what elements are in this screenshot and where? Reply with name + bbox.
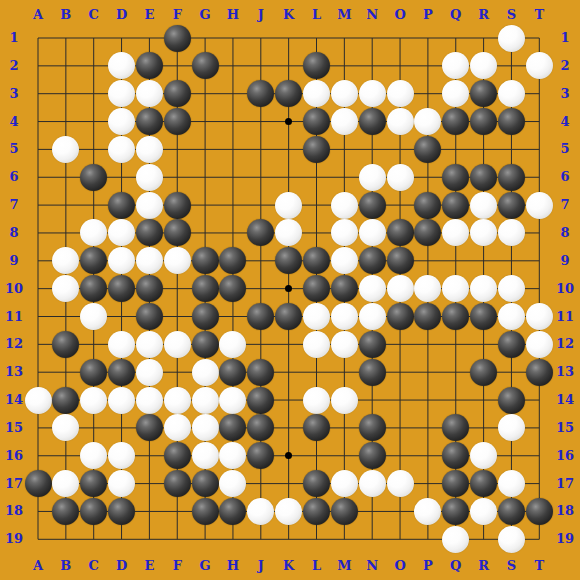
column-label-top-H: H — [220, 7, 246, 23]
column-label-bottom-P: P — [415, 558, 441, 574]
row-label-right-14: 14 — [552, 392, 578, 408]
row-label-right-18: 18 — [552, 503, 578, 519]
row-label-left-3: 3 — [1, 86, 27, 102]
black-stone-G17 — [192, 470, 219, 497]
black-stone-G18 — [192, 498, 219, 525]
black-stone-N16 — [359, 442, 386, 469]
black-stone-F3 — [164, 80, 191, 107]
white-stone-S3 — [498, 80, 525, 107]
black-stone-S14 — [498, 387, 525, 414]
black-stone-B14 — [52, 387, 79, 414]
white-stone-K18 — [275, 498, 302, 525]
black-stone-H13 — [219, 359, 246, 386]
black-stone-N15 — [359, 414, 386, 441]
white-stone-A14 — [25, 387, 52, 414]
black-stone-C18 — [80, 498, 107, 525]
row-label-left-19: 19 — [1, 531, 27, 547]
row-label-right-1: 1 — [552, 30, 578, 46]
white-stone-E3 — [136, 80, 163, 107]
white-stone-G15 — [192, 414, 219, 441]
go-board[interactable] — [0, 0, 580, 580]
column-label-bottom-J: J — [248, 558, 274, 574]
white-stone-M12 — [331, 331, 358, 358]
row-label-right-6: 6 — [552, 169, 578, 185]
white-stone-D17 — [108, 470, 135, 497]
black-stone-E4 — [136, 108, 163, 135]
white-stone-E6 — [136, 164, 163, 191]
column-label-bottom-H: H — [220, 558, 246, 574]
black-stone-L5 — [303, 136, 330, 163]
white-stone-O3 — [387, 80, 414, 107]
white-stone-N11 — [359, 303, 386, 330]
column-label-bottom-K: K — [276, 558, 302, 574]
black-stone-D10 — [108, 275, 135, 302]
black-stone-C6 — [80, 164, 107, 191]
row-label-left-5: 5 — [1, 141, 27, 157]
white-stone-N17 — [359, 470, 386, 497]
white-stone-L14 — [303, 387, 330, 414]
black-stone-L18 — [303, 498, 330, 525]
black-stone-F17 — [164, 470, 191, 497]
row-label-left-15: 15 — [1, 420, 27, 436]
white-stone-F15 — [164, 414, 191, 441]
column-label-top-O: O — [387, 7, 413, 23]
black-stone-M18 — [331, 498, 358, 525]
row-label-right-17: 17 — [552, 476, 578, 492]
column-label-top-N: N — [359, 7, 385, 23]
row-label-left-17: 17 — [1, 476, 27, 492]
white-stone-C14 — [80, 387, 107, 414]
row-label-right-9: 9 — [552, 253, 578, 269]
row-label-right-11: 11 — [552, 309, 578, 325]
white-stone-O10 — [387, 275, 414, 302]
black-stone-G12 — [192, 331, 219, 358]
black-stone-S6 — [498, 164, 525, 191]
white-stone-N8 — [359, 219, 386, 246]
black-stone-P7 — [414, 192, 441, 219]
column-label-top-Q: Q — [443, 7, 469, 23]
white-stone-G13 — [192, 359, 219, 386]
column-label-bottom-M: M — [331, 558, 357, 574]
column-label-top-B: B — [53, 7, 79, 23]
white-stone-T12 — [526, 331, 553, 358]
row-label-right-19: 19 — [552, 531, 578, 547]
white-stone-N6 — [359, 164, 386, 191]
black-stone-E10 — [136, 275, 163, 302]
black-stone-Q18 — [442, 498, 469, 525]
black-stone-Q7 — [442, 192, 469, 219]
row-label-right-16: 16 — [552, 448, 578, 464]
white-stone-L12 — [303, 331, 330, 358]
column-label-top-M: M — [331, 7, 357, 23]
white-stone-F9 — [164, 247, 191, 274]
row-label-right-15: 15 — [552, 420, 578, 436]
white-stone-L3 — [303, 80, 330, 107]
column-label-top-G: G — [192, 7, 218, 23]
black-stone-E11 — [136, 303, 163, 330]
white-stone-M4 — [331, 108, 358, 135]
row-label-left-7: 7 — [1, 197, 27, 213]
row-label-right-4: 4 — [552, 114, 578, 130]
black-stone-B12 — [52, 331, 79, 358]
row-label-left-4: 4 — [1, 114, 27, 130]
column-label-bottom-B: B — [53, 558, 79, 574]
black-stone-G11 — [192, 303, 219, 330]
black-stone-G2 — [192, 52, 219, 79]
column-label-bottom-Q: Q — [443, 558, 469, 574]
row-label-left-18: 18 — [1, 503, 27, 519]
black-stone-K11 — [275, 303, 302, 330]
black-stone-N9 — [359, 247, 386, 274]
black-stone-O11 — [387, 303, 414, 330]
row-label-left-8: 8 — [1, 225, 27, 241]
white-stone-D4 — [108, 108, 135, 135]
black-stone-D13 — [108, 359, 135, 386]
black-stone-O9 — [387, 247, 414, 274]
black-stone-F8 — [164, 219, 191, 246]
black-stone-N7 — [359, 192, 386, 219]
column-label-top-E: E — [136, 7, 162, 23]
black-stone-A17 — [25, 470, 52, 497]
black-stone-S4 — [498, 108, 525, 135]
white-stone-C11 — [80, 303, 107, 330]
black-stone-D18 — [108, 498, 135, 525]
black-stone-G9 — [192, 247, 219, 274]
white-stone-O6 — [387, 164, 414, 191]
black-stone-D7 — [108, 192, 135, 219]
black-stone-L10 — [303, 275, 330, 302]
white-stone-H14 — [219, 387, 246, 414]
white-stone-M17 — [331, 470, 358, 497]
white-stone-F12 — [164, 331, 191, 358]
white-stone-M3 — [331, 80, 358, 107]
white-stone-D12 — [108, 331, 135, 358]
white-stone-O4 — [387, 108, 414, 135]
white-stone-E5 — [136, 136, 163, 163]
row-label-left-12: 12 — [1, 336, 27, 352]
white-stone-M11 — [331, 303, 358, 330]
black-stone-J13 — [247, 359, 274, 386]
white-stone-Q19 — [442, 526, 469, 553]
row-label-right-3: 3 — [552, 86, 578, 102]
black-stone-S18 — [498, 498, 525, 525]
column-label-top-P: P — [415, 7, 441, 23]
column-label-bottom-S: S — [498, 558, 524, 574]
column-label-bottom-C: C — [81, 558, 107, 574]
white-stone-K7 — [275, 192, 302, 219]
white-stone-F14 — [164, 387, 191, 414]
white-stone-R7 — [470, 192, 497, 219]
row-label-left-16: 16 — [1, 448, 27, 464]
go-board-screenshot: AABBCCDDEEFFGGHHJJKKLLMMNNOOPPQQRRSSTT11… — [0, 0, 580, 580]
white-stone-T2 — [526, 52, 553, 79]
row-label-left-13: 13 — [1, 364, 27, 380]
white-stone-N10 — [359, 275, 386, 302]
black-stone-N12 — [359, 331, 386, 358]
black-stone-R17 — [470, 470, 497, 497]
column-label-top-R: R — [471, 7, 497, 23]
column-label-top-L: L — [304, 7, 330, 23]
row-label-right-5: 5 — [552, 141, 578, 157]
black-stone-T18 — [526, 498, 553, 525]
white-stone-E7 — [136, 192, 163, 219]
column-label-top-J: J — [248, 7, 274, 23]
black-stone-L17 — [303, 470, 330, 497]
black-stone-N13 — [359, 359, 386, 386]
column-label-bottom-O: O — [387, 558, 413, 574]
white-stone-T7 — [526, 192, 553, 219]
white-stone-D5 — [108, 136, 135, 163]
black-stone-G10 — [192, 275, 219, 302]
row-label-left-9: 9 — [1, 253, 27, 269]
black-stone-R13 — [470, 359, 497, 386]
white-stone-S17 — [498, 470, 525, 497]
white-stone-L11 — [303, 303, 330, 330]
black-stone-M10 — [331, 275, 358, 302]
white-stone-O17 — [387, 470, 414, 497]
black-stone-F1 — [164, 25, 191, 52]
column-label-bottom-D: D — [109, 558, 135, 574]
row-label-right-7: 7 — [552, 197, 578, 213]
column-label-bottom-E: E — [136, 558, 162, 574]
black-stone-T13 — [526, 359, 553, 386]
black-stone-R11 — [470, 303, 497, 330]
black-stone-R6 — [470, 164, 497, 191]
column-label-top-C: C — [81, 7, 107, 23]
column-label-top-T: T — [526, 7, 552, 23]
column-label-bottom-A: A — [25, 558, 51, 574]
column-label-bottom-L: L — [304, 558, 330, 574]
row-label-left-11: 11 — [1, 309, 27, 325]
white-stone-S19 — [498, 526, 525, 553]
black-stone-S12 — [498, 331, 525, 358]
row-label-left-10: 10 — [1, 281, 27, 297]
column-label-top-K: K — [276, 7, 302, 23]
white-stone-E12 — [136, 331, 163, 358]
white-stone-T11 — [526, 303, 553, 330]
white-stone-R18 — [470, 498, 497, 525]
black-stone-O8 — [387, 219, 414, 246]
black-stone-L4 — [303, 108, 330, 135]
black-stone-N4 — [359, 108, 386, 135]
row-label-right-12: 12 — [552, 336, 578, 352]
white-stone-S10 — [498, 275, 525, 302]
column-label-bottom-T: T — [526, 558, 552, 574]
row-label-left-2: 2 — [1, 58, 27, 74]
white-stone-D14 — [108, 387, 135, 414]
white-stone-M9 — [331, 247, 358, 274]
row-label-right-2: 2 — [552, 58, 578, 74]
white-stone-E13 — [136, 359, 163, 386]
black-stone-J14 — [247, 387, 274, 414]
black-stone-F4 — [164, 108, 191, 135]
column-label-bottom-F: F — [164, 558, 190, 574]
row-label-left-14: 14 — [1, 392, 27, 408]
black-stone-Q6 — [442, 164, 469, 191]
white-stone-N3 — [359, 80, 386, 107]
black-stone-R4 — [470, 108, 497, 135]
column-label-top-S: S — [498, 7, 524, 23]
row-label-left-1: 1 — [1, 30, 27, 46]
row-label-right-13: 13 — [552, 364, 578, 380]
row-label-right-10: 10 — [552, 281, 578, 297]
column-label-top-F: F — [164, 7, 190, 23]
white-stone-S1 — [498, 25, 525, 52]
column-label-top-A: A — [25, 7, 51, 23]
black-stone-C13 — [80, 359, 107, 386]
black-stone-F7 — [164, 192, 191, 219]
black-stone-S7 — [498, 192, 525, 219]
white-stone-G14 — [192, 387, 219, 414]
column-label-top-D: D — [109, 7, 135, 23]
column-label-bottom-G: G — [192, 558, 218, 574]
white-stone-E9 — [136, 247, 163, 274]
white-stone-S11 — [498, 303, 525, 330]
black-stone-F16 — [164, 442, 191, 469]
white-stone-M7 — [331, 192, 358, 219]
white-stone-M14 — [331, 387, 358, 414]
column-label-bottom-N: N — [359, 558, 385, 574]
white-stone-E14 — [136, 387, 163, 414]
white-stone-G16 — [192, 442, 219, 469]
row-label-right-8: 8 — [552, 225, 578, 241]
column-label-bottom-R: R — [471, 558, 497, 574]
row-label-left-6: 6 — [1, 169, 27, 185]
